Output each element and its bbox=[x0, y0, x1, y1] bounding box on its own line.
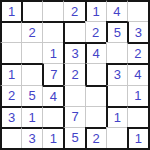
cell-r7c2[interactable]: 3 bbox=[21, 127, 42, 148]
cell-r2c3[interactable] bbox=[42, 21, 63, 42]
cell-r4c1[interactable]: 1 bbox=[0, 63, 21, 84]
cell-r3c5[interactable]: 4 bbox=[85, 42, 106, 63]
cell-r6c6[interactable]: 1 bbox=[106, 106, 127, 127]
given-digit: 1 bbox=[8, 68, 15, 81]
given-digit: 1 bbox=[93, 5, 100, 18]
given-digit: 2 bbox=[8, 89, 15, 102]
given-digit: 5 bbox=[29, 89, 36, 102]
cell-r1c5[interactable]: 1 bbox=[85, 0, 106, 21]
given-digit: 3 bbox=[135, 26, 142, 39]
cell-r6c1[interactable]: 3 bbox=[0, 106, 21, 127]
given-digit: 2 bbox=[71, 68, 78, 81]
given-digit: 2 bbox=[92, 26, 99, 39]
cell-r6c2[interactable]: 1 bbox=[21, 106, 42, 127]
cell-r6c5[interactable] bbox=[85, 106, 106, 127]
cell-r1c6[interactable]: 4 bbox=[106, 0, 127, 21]
cell-r4c4[interactable]: 2 bbox=[63, 63, 84, 84]
given-digit: 2 bbox=[134, 47, 141, 60]
cell-r1c1[interactable]: 1 bbox=[0, 0, 21, 21]
cell-r6c3[interactable] bbox=[42, 106, 63, 127]
cell-r2c4[interactable] bbox=[63, 21, 84, 42]
given-digit: 1 bbox=[114, 111, 121, 124]
cell-r1c4[interactable]: 2 bbox=[63, 0, 84, 21]
given-digit: 1 bbox=[29, 111, 36, 124]
cell-r1c7[interactable] bbox=[127, 0, 148, 21]
cell-r3c1[interactable] bbox=[0, 42, 21, 63]
cell-r5c2[interactable]: 5 bbox=[21, 85, 42, 106]
cell-r3c6[interactable] bbox=[106, 42, 127, 63]
given-digit: 1 bbox=[50, 132, 57, 145]
given-digit: 7 bbox=[71, 110, 78, 123]
cell-r4c3[interactable]: 7 bbox=[42, 63, 63, 84]
cell-r4c2[interactable] bbox=[21, 63, 42, 84]
cell-r3c2[interactable] bbox=[21, 42, 42, 63]
given-digit: 2 bbox=[29, 26, 36, 39]
cell-r4c5[interactable] bbox=[85, 63, 106, 84]
cell-r7c6[interactable] bbox=[106, 127, 127, 148]
cell-r5c6[interactable] bbox=[106, 85, 127, 106]
cell-r1c3[interactable] bbox=[42, 0, 63, 21]
cell-r4c7[interactable]: 4 bbox=[127, 63, 148, 84]
given-digit: 1 bbox=[134, 89, 141, 102]
cell-r2c2[interactable]: 2 bbox=[21, 21, 42, 42]
cell-r7c7[interactable]: 1 bbox=[127, 127, 148, 148]
given-digit: 2 bbox=[93, 132, 100, 145]
cell-r7c5[interactable]: 2 bbox=[85, 127, 106, 148]
cell-r7c1[interactable] bbox=[0, 127, 21, 148]
given-digit: 2 bbox=[71, 5, 78, 18]
cell-r1c2[interactable] bbox=[21, 0, 42, 21]
given-digit: 3 bbox=[29, 132, 36, 145]
given-digit: 3 bbox=[71, 47, 78, 60]
cell-r6c4[interactable]: 7 bbox=[63, 106, 84, 127]
cell-r4c6[interactable]: 3 bbox=[106, 63, 127, 84]
given-digit: 4 bbox=[134, 68, 141, 81]
given-digit: 1 bbox=[135, 132, 142, 145]
cell-r7c3[interactable]: 1 bbox=[42, 127, 63, 148]
given-digit: 3 bbox=[114, 68, 121, 81]
given-digit: 4 bbox=[50, 90, 57, 103]
given-digit: 7 bbox=[50, 68, 57, 81]
cell-r3c4[interactable]: 3 bbox=[63, 42, 84, 63]
cell-r3c3[interactable]: 1 bbox=[42, 42, 63, 63]
given-digit: 5 bbox=[114, 26, 121, 39]
cell-r2c7[interactable]: 3 bbox=[127, 21, 148, 42]
cell-r2c1[interactable] bbox=[0, 21, 21, 42]
given-digit: 1 bbox=[8, 5, 15, 18]
given-digit: 1 bbox=[50, 47, 57, 60]
cell-r5c3[interactable]: 4 bbox=[42, 85, 63, 106]
cell-r3c7[interactable]: 2 bbox=[127, 42, 148, 63]
puzzle-board: 121422531342172342541317131521 bbox=[0, 0, 150, 150]
given-digit: 5 bbox=[71, 131, 78, 144]
cell-r6c7[interactable] bbox=[127, 106, 148, 127]
given-digit: 3 bbox=[8, 111, 15, 124]
cell-r5c4[interactable] bbox=[63, 85, 84, 106]
cell-r7c4[interactable]: 5 bbox=[63, 127, 84, 148]
cell-r5c5[interactable] bbox=[85, 85, 106, 106]
cell-r5c7[interactable]: 1 bbox=[127, 85, 148, 106]
cell-r2c5[interactable]: 2 bbox=[85, 21, 106, 42]
cell-r2c6[interactable]: 5 bbox=[106, 21, 127, 42]
given-digit: 4 bbox=[113, 5, 120, 18]
cell-r5c1[interactable]: 2 bbox=[0, 85, 21, 106]
given-digit: 4 bbox=[93, 47, 100, 60]
